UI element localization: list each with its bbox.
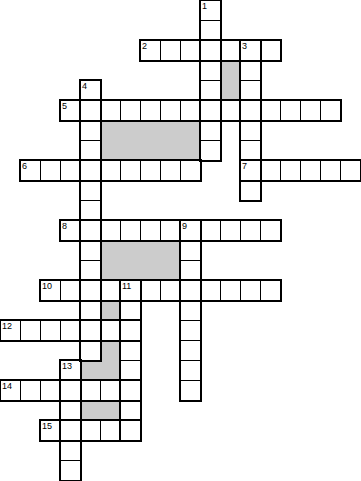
- cell-r3-c10[interactable]: [200, 60, 221, 81]
- cell-r14-c5[interactable]: [100, 280, 121, 301]
- clue-number-2: 2: [142, 41, 147, 51]
- cell-r20-c3[interactable]: [60, 400, 81, 421]
- cell-r17-c6[interactable]: [120, 340, 141, 361]
- cell-r5-c11[interactable]: [220, 100, 241, 121]
- clue-number-1: 1: [202, 1, 207, 11]
- clue-number-14: 14: [2, 381, 12, 391]
- clue-number-11: 11: [122, 281, 131, 291]
- cell-r22-c3[interactable]: [60, 440, 81, 461]
- shaded-block: [100, 120, 201, 161]
- shaded-block: [80, 360, 101, 381]
- cell-r2-c12[interactable]: 3: [240, 40, 261, 61]
- cell-r2-c7[interactable]: 2: [140, 40, 161, 61]
- cell-r2-c11[interactable]: [220, 40, 241, 61]
- cell-r15-c4[interactable]: [80, 300, 101, 321]
- cell-r12-c9[interactable]: [180, 240, 201, 261]
- cell-r19-c5[interactable]: [100, 380, 121, 401]
- cell-r5-c3[interactable]: 5: [60, 100, 81, 121]
- cell-r16-c9[interactable]: [180, 320, 201, 341]
- cell-r11-c13[interactable]: [260, 220, 281, 241]
- cell-r3-c12[interactable]: [240, 60, 261, 81]
- cell-r11-c11[interactable]: [220, 220, 241, 241]
- cell-r13-c9[interactable]: [180, 260, 201, 281]
- cell-r1-c10[interactable]: [200, 20, 221, 41]
- cell-r14-c8[interactable]: [160, 280, 181, 301]
- cell-r11-c8[interactable]: [160, 220, 181, 241]
- cell-r14-c10[interactable]: [200, 280, 221, 301]
- cell-r9-c12[interactable]: [240, 180, 261, 201]
- crossword-board: 123456789101112131415: [0, 0, 361, 481]
- clue-number-13: 13: [62, 361, 72, 371]
- cell-r15-c6[interactable]: [120, 300, 141, 321]
- clue-number-5: 5: [62, 101, 67, 111]
- cell-r5-c15[interactable]: [300, 100, 321, 121]
- cell-r5-c14[interactable]: [280, 100, 301, 121]
- shaded-block: [100, 300, 121, 321]
- cell-r5-c12[interactable]: [240, 100, 261, 121]
- cell-r18-c6[interactable]: [120, 360, 141, 381]
- cell-r8-c17[interactable]: [340, 160, 361, 181]
- cell-r6-c4[interactable]: [80, 120, 101, 141]
- cell-r5-c4[interactable]: [80, 100, 101, 121]
- cell-r13-c4[interactable]: [80, 260, 101, 281]
- cell-r19-c6[interactable]: [120, 380, 141, 401]
- cell-r5-c8[interactable]: [160, 100, 181, 121]
- cell-r20-c6[interactable]: [120, 400, 141, 421]
- cell-r7-c12[interactable]: [240, 140, 261, 161]
- cell-r14-c11[interactable]: [220, 280, 241, 301]
- cell-r16-c3[interactable]: [60, 320, 81, 341]
- cell-r15-c9[interactable]: [180, 300, 201, 321]
- shaded-block: [100, 240, 181, 281]
- cell-r2-c9[interactable]: [180, 40, 201, 61]
- cell-r16-c6[interactable]: [120, 320, 141, 341]
- cell-r16-c2[interactable]: [40, 320, 61, 341]
- cell-r5-c13[interactable]: [260, 100, 281, 121]
- cell-r23-c3[interactable]: [60, 460, 81, 481]
- cell-r8-c16[interactable]: [320, 160, 341, 181]
- shaded-block: [80, 400, 121, 421]
- cell-r4-c12[interactable]: [240, 80, 261, 101]
- cell-r21-c3[interactable]: [60, 420, 81, 441]
- cell-r19-c9[interactable]: [180, 380, 201, 401]
- cell-r8-c2[interactable]: [40, 160, 61, 181]
- clue-number-3: 3: [242, 41, 247, 51]
- cell-r11-c9[interactable]: 9: [180, 220, 201, 241]
- cell-r19-c0[interactable]: 14: [0, 380, 21, 401]
- cell-r8-c13[interactable]: [260, 160, 281, 181]
- clue-number-6: 6: [22, 161, 27, 171]
- clue-number-10: 10: [42, 281, 52, 291]
- cell-r14-c9[interactable]: [180, 280, 201, 301]
- cell-r8-c9[interactable]: [180, 160, 201, 181]
- cell-r7-c10[interactable]: [200, 140, 221, 161]
- cell-r14-c13[interactable]: [260, 280, 281, 301]
- cell-r8-c3[interactable]: [60, 160, 81, 181]
- cell-r8-c6[interactable]: [120, 160, 141, 181]
- cell-r19-c4[interactable]: [80, 380, 101, 401]
- cell-r16-c0[interactable]: 12: [0, 320, 21, 341]
- cell-r11-c12[interactable]: [240, 220, 261, 241]
- cell-r18-c9[interactable]: [180, 360, 201, 381]
- cell-r19-c2[interactable]: [40, 380, 61, 401]
- clue-number-4: 4: [82, 81, 87, 91]
- cell-r6-c10[interactable]: [200, 120, 221, 141]
- cell-r14-c4[interactable]: [80, 280, 101, 301]
- cell-r11-c6[interactable]: [120, 220, 141, 241]
- cell-r21-c2[interactable]: 15: [40, 420, 61, 441]
- cell-r8-c12[interactable]: 7: [240, 160, 261, 181]
- cell-r2-c10[interactable]: [200, 40, 221, 61]
- cell-r21-c6[interactable]: [120, 420, 141, 441]
- cell-r2-c13[interactable]: [260, 40, 281, 61]
- cell-r8-c1[interactable]: 6: [20, 160, 41, 181]
- cell-r8-c5[interactable]: [100, 160, 121, 181]
- cell-r6-c12[interactable]: [240, 120, 261, 141]
- cell-r17-c9[interactable]: [180, 340, 201, 361]
- cell-r16-c4[interactable]: [80, 320, 101, 341]
- cell-r2-c8[interactable]: [160, 40, 181, 61]
- cell-r14-c2[interactable]: 10: [40, 280, 61, 301]
- cell-r21-c4[interactable]: [80, 420, 101, 441]
- cell-r8-c15[interactable]: [300, 160, 321, 181]
- cell-r11-c10[interactable]: [200, 220, 221, 241]
- cell-r0-c10[interactable]: 1: [200, 0, 221, 21]
- cell-r19-c1[interactable]: [20, 380, 41, 401]
- shaded-block: [100, 340, 121, 381]
- cell-r5-c5[interactable]: [100, 100, 121, 121]
- cell-r19-c3[interactable]: [60, 380, 81, 401]
- cell-r8-c14[interactable]: [280, 160, 301, 181]
- clue-number-8: 8: [62, 221, 67, 231]
- clue-number-9: 9: [182, 221, 187, 231]
- cell-r16-c5[interactable]: [100, 320, 121, 341]
- cell-r18-c3[interactable]: 13: [60, 360, 81, 381]
- cell-r8-c4[interactable]: [80, 160, 101, 181]
- cell-r11-c7[interactable]: [140, 220, 161, 241]
- cell-r12-c4[interactable]: [80, 240, 101, 261]
- cell-r11-c3[interactable]: 8: [60, 220, 81, 241]
- cell-r21-c5[interactable]: [100, 420, 121, 441]
- cell-r14-c12[interactable]: [240, 280, 261, 301]
- cell-r4-c4[interactable]: 4: [80, 80, 101, 101]
- cell-r5-c10[interactable]: [200, 100, 221, 121]
- cell-r11-c5[interactable]: [100, 220, 121, 241]
- cell-r14-c6[interactable]: 11: [120, 280, 141, 301]
- cell-r5-c16[interactable]: [320, 100, 341, 121]
- cell-r10-c4[interactable]: [80, 200, 101, 221]
- cell-r9-c4[interactable]: [80, 180, 101, 201]
- cell-r5-c7[interactable]: [140, 100, 161, 121]
- cell-r17-c4[interactable]: [80, 340, 101, 361]
- cell-r5-c9[interactable]: [180, 100, 201, 121]
- cell-r8-c7[interactable]: [140, 160, 161, 181]
- cell-r4-c10[interactable]: [200, 80, 221, 101]
- cell-r7-c4[interactable]: [80, 140, 101, 161]
- shaded-block-join: [100, 360, 101, 380]
- cell-r14-c7[interactable]: [140, 280, 161, 301]
- clue-number-12: 12: [2, 321, 12, 331]
- cell-r14-c3[interactable]: [60, 280, 81, 301]
- clue-number-7: 7: [242, 161, 247, 171]
- shaded-block: [220, 60, 241, 101]
- cell-r11-c4[interactable]: [80, 220, 101, 241]
- cell-r16-c1[interactable]: [20, 320, 41, 341]
- cell-r5-c6[interactable]: [120, 100, 141, 121]
- cell-r8-c8[interactable]: [160, 160, 181, 181]
- clue-number-15: 15: [42, 421, 52, 431]
